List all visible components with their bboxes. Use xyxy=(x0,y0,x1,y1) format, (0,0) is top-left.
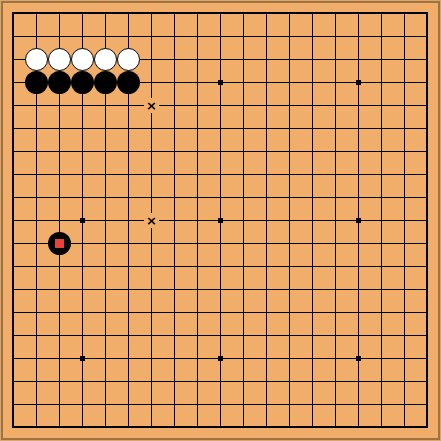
white-stone xyxy=(48,48,71,71)
star-point xyxy=(356,356,361,361)
black-stone xyxy=(71,71,94,94)
white-stone xyxy=(117,48,140,71)
go-diagram: ×× xyxy=(0,0,441,441)
white-stone xyxy=(71,48,94,71)
black-stone xyxy=(94,71,117,94)
white-stone xyxy=(94,48,117,71)
star-point xyxy=(80,218,85,223)
star-point xyxy=(80,356,85,361)
marked-black-stone xyxy=(48,232,71,255)
black-stone xyxy=(48,71,71,94)
star-point xyxy=(356,80,361,85)
star-point xyxy=(218,218,223,223)
star-point xyxy=(356,218,361,223)
black-stone xyxy=(25,71,48,94)
x-mark: × xyxy=(144,98,159,113)
red-square-mark xyxy=(55,239,64,248)
star-point xyxy=(218,356,223,361)
black-stone xyxy=(117,71,140,94)
star-point xyxy=(218,80,223,85)
white-stone xyxy=(25,48,48,71)
x-mark: × xyxy=(144,213,159,228)
